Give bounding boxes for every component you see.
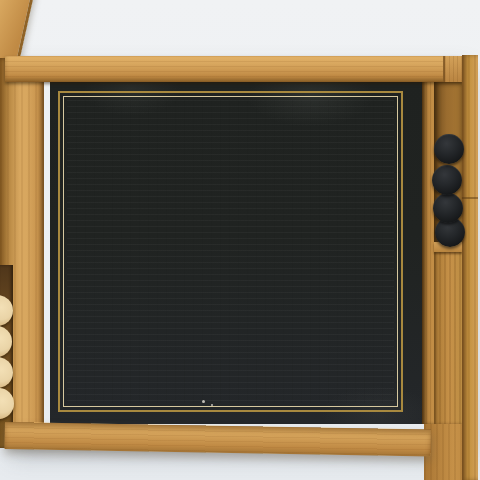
photo-background bbox=[0, 0, 480, 480]
board-panel bbox=[50, 78, 422, 424]
left-piece-tray bbox=[0, 265, 13, 448]
box-top-rail bbox=[5, 56, 462, 82]
tray-slide-cover[interactable] bbox=[434, 252, 462, 424]
black-checker[interactable] bbox=[433, 193, 463, 223]
black-checker[interactable] bbox=[432, 165, 462, 195]
wood-seam bbox=[462, 197, 478, 199]
pinstripe-frame-inner bbox=[63, 96, 398, 407]
box-inner-rail bbox=[422, 78, 434, 424]
paint-speck bbox=[202, 400, 205, 403]
box-right-wall bbox=[462, 55, 478, 480]
paint-speck bbox=[211, 404, 213, 406]
rail-joint bbox=[443, 56, 462, 82]
black-checker[interactable] bbox=[434, 134, 464, 164]
board-grid bbox=[67, 100, 394, 403]
pinstripe-frame-outer bbox=[58, 91, 403, 412]
